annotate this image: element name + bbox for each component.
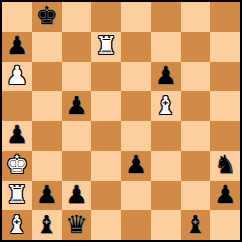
square-e2[interactable]	[121, 181, 151, 211]
square-g8[interactable]	[181, 2, 211, 32]
square-e7[interactable]	[121, 32, 151, 62]
square-a1[interactable]: ♝	[2, 210, 32, 240]
chess-board: ♚♟♜♟♟♟♝♟♚♟♞♜♟♟♟♝♝♛♝	[2, 2, 240, 240]
square-g6[interactable]	[181, 62, 211, 92]
square-f6[interactable]: ♟	[151, 62, 181, 92]
square-e5[interactable]	[121, 91, 151, 121]
square-e3[interactable]: ♟	[121, 151, 151, 181]
square-a8[interactable]	[2, 2, 32, 32]
square-b2[interactable]: ♟	[32, 181, 62, 211]
square-f4[interactable]	[151, 121, 181, 151]
square-b5[interactable]	[32, 91, 62, 121]
square-c1[interactable]: ♛	[62, 210, 92, 240]
square-f3[interactable]	[151, 151, 181, 181]
square-g4[interactable]	[181, 121, 211, 151]
square-h5[interactable]	[210, 91, 240, 121]
square-a6[interactable]: ♟	[2, 62, 32, 92]
piece-black-queen[interactable]: ♛	[65, 212, 87, 237]
square-b3[interactable]	[32, 151, 62, 181]
chess-board-frame: ♚♟♜♟♟♟♝♟♚♟♞♜♟♟♟♝♝♛♝	[0, 0, 242, 242]
piece-black-pawn[interactable]: ♟	[35, 182, 57, 207]
square-c4[interactable]	[62, 121, 92, 151]
square-h6[interactable]	[210, 62, 240, 92]
piece-white-bishop[interactable]: ♝	[154, 93, 176, 118]
square-d4[interactable]	[91, 121, 121, 151]
square-a5[interactable]	[2, 91, 32, 121]
square-c7[interactable]	[62, 32, 92, 62]
square-a3[interactable]: ♚	[2, 151, 32, 181]
piece-black-pawn[interactable]: ♟	[125, 152, 147, 177]
square-g5[interactable]	[181, 91, 211, 121]
square-g7[interactable]	[181, 32, 211, 62]
square-c5[interactable]: ♟	[62, 91, 92, 121]
square-b8[interactable]: ♚	[32, 2, 62, 32]
square-h8[interactable]	[210, 2, 240, 32]
square-d8[interactable]	[91, 2, 121, 32]
piece-black-pawn[interactable]: ♟	[65, 182, 87, 207]
square-e4[interactable]	[121, 121, 151, 151]
square-e6[interactable]	[121, 62, 151, 92]
square-d7[interactable]: ♜	[91, 32, 121, 62]
square-h3[interactable]: ♞	[210, 151, 240, 181]
piece-black-pawn[interactable]: ♟	[6, 33, 28, 58]
square-g1[interactable]: ♝	[181, 210, 211, 240]
piece-black-pawn[interactable]: ♟	[214, 182, 236, 207]
piece-black-pawn[interactable]: ♟	[6, 122, 28, 147]
square-f1[interactable]	[151, 210, 181, 240]
square-b4[interactable]	[32, 121, 62, 151]
square-a4[interactable]: ♟	[2, 121, 32, 151]
square-g3[interactable]	[181, 151, 211, 181]
square-b7[interactable]	[32, 32, 62, 62]
piece-black-knight[interactable]: ♞	[214, 152, 236, 177]
square-g2[interactable]	[181, 181, 211, 211]
piece-white-bishop[interactable]: ♝	[6, 212, 28, 237]
square-f5[interactable]: ♝	[151, 91, 181, 121]
square-b1[interactable]: ♝	[32, 210, 62, 240]
piece-white-king[interactable]: ♚	[6, 152, 28, 177]
square-h2[interactable]: ♟	[210, 181, 240, 211]
piece-black-bishop[interactable]: ♝	[35, 212, 57, 237]
square-e8[interactable]	[121, 2, 151, 32]
square-d2[interactable]	[91, 181, 121, 211]
square-f7[interactable]	[151, 32, 181, 62]
piece-black-pawn[interactable]: ♟	[154, 63, 176, 88]
square-c3[interactable]	[62, 151, 92, 181]
square-h4[interactable]	[210, 121, 240, 151]
square-f8[interactable]	[151, 2, 181, 32]
square-h1[interactable]	[210, 210, 240, 240]
square-b6[interactable]	[32, 62, 62, 92]
square-c2[interactable]: ♟	[62, 181, 92, 211]
square-c6[interactable]	[62, 62, 92, 92]
piece-white-rook[interactable]: ♜	[6, 182, 28, 207]
square-c8[interactable]	[62, 2, 92, 32]
square-h7[interactable]	[210, 32, 240, 62]
square-d1[interactable]	[91, 210, 121, 240]
square-d6[interactable]	[91, 62, 121, 92]
square-a2[interactable]: ♜	[2, 181, 32, 211]
square-d5[interactable]	[91, 91, 121, 121]
piece-black-pawn[interactable]: ♟	[65, 93, 87, 118]
square-f2[interactable]	[151, 181, 181, 211]
piece-white-pawn[interactable]: ♟	[6, 63, 28, 88]
square-e1[interactable]	[121, 210, 151, 240]
piece-black-king[interactable]: ♚	[35, 3, 57, 28]
square-a7[interactable]: ♟	[2, 32, 32, 62]
piece-black-bishop[interactable]: ♝	[184, 212, 206, 237]
piece-white-rook[interactable]: ♜	[95, 33, 117, 58]
square-d3[interactable]	[91, 151, 121, 181]
